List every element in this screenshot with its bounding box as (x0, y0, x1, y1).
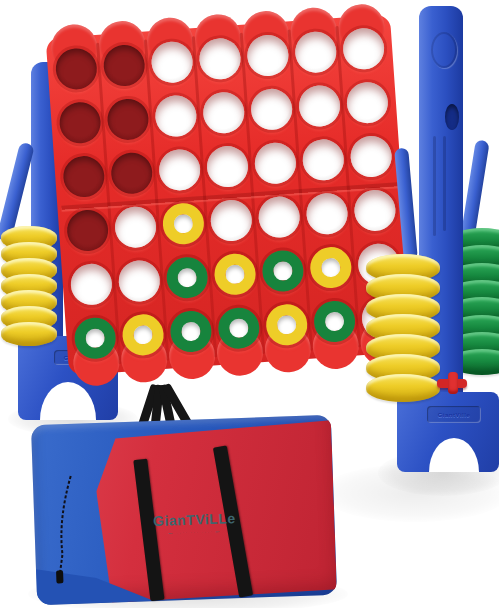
floor-shadow-board (320, 464, 499, 522)
yellow-stack-disc (1, 322, 57, 346)
carrying-bag: GianTViLLe — ···· ··· ···· — (31, 415, 337, 605)
left-yellow-disc-stack (1, 226, 57, 350)
right-leg-base: GiantVille (397, 392, 499, 472)
release-crank-knob[interactable] (448, 372, 458, 394)
right-post-groove (443, 136, 446, 231)
left-leg-arch (40, 382, 96, 420)
right-leg-brand-label: GiantVille (438, 412, 471, 418)
bag-logo: GianTViLLe — ···· ··· ···· — (129, 509, 260, 537)
board-grid (46, 14, 414, 375)
yellow-stack-disc (366, 374, 440, 402)
bag-zipper-pull (56, 570, 63, 583)
bag-brand-text: GianTViLLe (129, 509, 259, 530)
right-yellow-disc-stack (366, 254, 440, 404)
right-post-groove (433, 136, 436, 236)
right-leg-brand-plate: GiantVille (427, 406, 481, 423)
right-post-circle-detail (431, 32, 457, 68)
product-photo: GiantVille GiantVille (0, 0, 499, 608)
right-green-rod (460, 140, 489, 241)
right-post-handle-hole (445, 104, 459, 130)
right-leg-arch (429, 438, 479, 472)
